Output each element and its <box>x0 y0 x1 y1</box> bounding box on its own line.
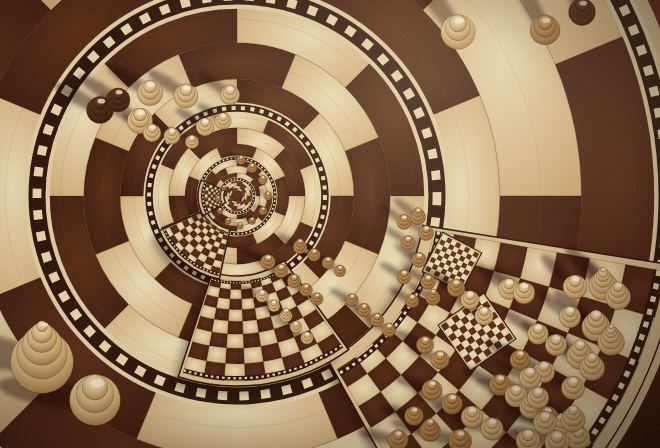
film-grain-overlay <box>0 0 660 448</box>
chessboard-art-canvas <box>0 0 660 448</box>
fractal-spiral-chessboard <box>0 0 660 448</box>
